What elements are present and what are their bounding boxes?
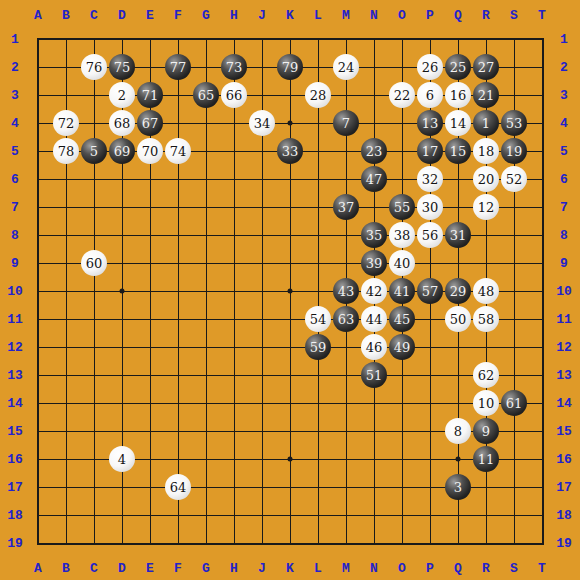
stone-move-number: 1 [482, 117, 490, 130]
coord-label-top-H: H [230, 8, 238, 23]
coord-label-left-19: 19 [7, 536, 23, 551]
stone-black-K2[interactable]: 79 [277, 54, 303, 80]
stone-move-number: 29 [450, 285, 467, 298]
stone-black-E4[interactable]: 67 [137, 110, 163, 136]
coord-label-right-15: 15 [556, 424, 572, 439]
coord-label-top-L: L [314, 8, 322, 23]
stone-white-E5[interactable]: 70 [137, 138, 163, 164]
stone-move-number: 15 [450, 145, 467, 158]
coord-label-bottom-F: F [174, 561, 182, 576]
stone-move-number: 75 [114, 61, 131, 74]
stone-white-R13[interactable]: 62 [473, 362, 499, 388]
stone-move-number: 68 [114, 117, 131, 130]
coord-label-bottom-L: L [314, 561, 322, 576]
stone-white-P2[interactable]: 26 [417, 54, 443, 80]
coord-label-bottom-B: B [62, 561, 70, 576]
stone-move-number: 56 [422, 229, 439, 242]
stone-white-O8[interactable]: 38 [389, 222, 415, 248]
star-point-K10 [288, 289, 293, 294]
coord-label-top-P: P [426, 8, 434, 23]
coord-label-top-Q: Q [454, 8, 462, 23]
stone-move-number: 17 [422, 145, 439, 158]
coord-label-top-R: R [482, 8, 490, 23]
coord-label-right-17: 17 [556, 480, 572, 495]
stone-black-R15[interactable]: 9 [473, 418, 499, 444]
coord-label-right-5: 5 [560, 144, 568, 159]
stone-white-R5[interactable]: 18 [473, 138, 499, 164]
stone-white-R6[interactable]: 20 [473, 166, 499, 192]
stone-white-F17[interactable]: 64 [165, 474, 191, 500]
coord-label-right-8: 8 [560, 228, 568, 243]
stone-move-number: 52 [506, 173, 523, 186]
coord-label-top-D: D [118, 8, 126, 23]
coord-label-bottom-G: G [202, 561, 210, 576]
stone-black-D2[interactable]: 75 [109, 54, 135, 80]
stone-move-number: 54 [310, 313, 327, 326]
stone-black-N9[interactable]: 39 [361, 250, 387, 276]
stone-move-number: 79 [282, 61, 299, 74]
stone-white-P8[interactable]: 56 [417, 222, 443, 248]
coord-label-left-18: 18 [7, 508, 23, 523]
coord-label-left-8: 8 [11, 228, 19, 243]
stone-white-O9[interactable]: 40 [389, 250, 415, 276]
coord-label-bottom-T: T [538, 561, 546, 576]
stone-black-Q5[interactable]: 15 [445, 138, 471, 164]
coord-label-left-12: 12 [7, 340, 23, 355]
stone-move-number: 43 [338, 285, 355, 298]
stone-move-number: 25 [450, 61, 467, 74]
stone-move-number: 19 [506, 145, 523, 158]
stone-move-number: 50 [450, 313, 467, 326]
stone-black-H2[interactable]: 73 [221, 54, 247, 80]
stone-white-F5[interactable]: 74 [165, 138, 191, 164]
coord-label-right-6: 6 [560, 172, 568, 187]
stone-move-number: 77 [170, 61, 187, 74]
stone-move-number: 61 [506, 397, 523, 410]
stone-black-R3[interactable]: 21 [473, 82, 499, 108]
coord-label-bottom-J: J [258, 561, 266, 576]
coord-label-bottom-S: S [510, 561, 518, 576]
stone-move-number: 9 [482, 425, 490, 438]
stone-move-number: 67 [142, 117, 159, 130]
coord-label-right-3: 3 [560, 88, 568, 103]
coord-label-top-J: J [258, 8, 266, 23]
coord-label-right-4: 4 [560, 116, 568, 131]
stone-black-R2[interactable]: 27 [473, 54, 499, 80]
coord-label-bottom-E: E [146, 561, 154, 576]
coord-label-bottom-N: N [370, 561, 378, 576]
stone-move-number: 45 [394, 313, 411, 326]
stone-white-R11[interactable]: 58 [473, 306, 499, 332]
coord-label-top-T: T [538, 8, 546, 23]
coord-label-top-A: A [34, 8, 42, 23]
stone-black-M4[interactable]: 7 [333, 110, 359, 136]
stone-move-number: 22 [394, 89, 411, 102]
stone-move-number: 31 [450, 229, 467, 242]
stone-move-number: 33 [282, 145, 299, 158]
stone-white-R14[interactable]: 10 [473, 390, 499, 416]
grid-line-horizontal [38, 347, 543, 348]
coord-label-right-14: 14 [556, 396, 572, 411]
coord-label-left-1: 1 [11, 32, 19, 47]
stone-move-number: 34 [254, 117, 271, 130]
stone-move-number: 59 [310, 341, 327, 354]
stone-move-number: 46 [366, 341, 383, 354]
stone-move-number: 8 [454, 425, 462, 438]
stone-black-C5[interactable]: 5 [81, 138, 107, 164]
star-point-K16 [288, 457, 293, 462]
stone-white-B4[interactable]: 72 [53, 110, 79, 136]
stone-move-number: 65 [198, 89, 215, 102]
coord-label-left-7: 7 [11, 200, 19, 215]
stone-white-D16[interactable]: 4 [109, 446, 135, 472]
stone-black-F2[interactable]: 77 [165, 54, 191, 80]
stone-black-Q8[interactable]: 31 [445, 222, 471, 248]
stone-white-R10[interactable]: 48 [473, 278, 499, 304]
coord-label-right-13: 13 [556, 368, 572, 383]
stone-white-P7[interactable]: 30 [417, 194, 443, 220]
stone-white-Q15[interactable]: 8 [445, 418, 471, 444]
stone-move-number: 57 [422, 285, 439, 298]
coord-label-top-O: O [398, 8, 406, 23]
coord-label-bottom-K: K [286, 561, 294, 576]
stone-white-L3[interactable]: 28 [305, 82, 331, 108]
coord-label-bottom-Q: Q [454, 561, 462, 576]
stone-move-number: 41 [394, 285, 411, 298]
stone-black-M11[interactable]: 63 [333, 306, 359, 332]
stone-move-number: 55 [394, 201, 411, 214]
coord-label-bottom-R: R [482, 561, 490, 576]
stone-white-Q3[interactable]: 16 [445, 82, 471, 108]
stone-black-M10[interactable]: 43 [333, 278, 359, 304]
coord-label-top-M: M [342, 8, 350, 23]
stone-black-Q10[interactable]: 29 [445, 278, 471, 304]
stone-black-P5[interactable]: 17 [417, 138, 443, 164]
coord-label-right-2: 2 [560, 60, 568, 75]
coord-label-right-18: 18 [556, 508, 572, 523]
coord-label-right-9: 9 [560, 256, 568, 271]
stone-move-number: 73 [226, 61, 243, 74]
stone-move-number: 16 [450, 89, 467, 102]
stone-move-number: 71 [142, 89, 159, 102]
stone-move-number: 32 [422, 173, 439, 186]
stone-white-M2[interactable]: 24 [333, 54, 359, 80]
stone-black-O11[interactable]: 45 [389, 306, 415, 332]
coord-label-bottom-P: P [426, 561, 434, 576]
stone-move-number: 70 [142, 145, 159, 158]
stone-white-C2[interactable]: 76 [81, 54, 107, 80]
stone-move-number: 27 [478, 61, 495, 74]
stone-move-number: 48 [478, 285, 495, 298]
grid-line-vertical [542, 39, 543, 544]
stone-move-number: 53 [506, 117, 523, 130]
coord-label-bottom-H: H [230, 561, 238, 576]
coord-label-right-7: 7 [560, 200, 568, 215]
stone-move-number: 63 [338, 313, 355, 326]
stone-move-number: 18 [478, 145, 495, 158]
stone-move-number: 49 [394, 341, 411, 354]
stone-move-number: 4 [118, 453, 126, 466]
stone-move-number: 7 [342, 117, 350, 130]
stone-move-number: 12 [478, 201, 495, 214]
coord-label-left-5: 5 [11, 144, 19, 159]
coord-label-top-F: F [174, 8, 182, 23]
stone-move-number: 6 [426, 89, 434, 102]
coord-label-left-17: 17 [7, 480, 23, 495]
coord-label-top-N: N [370, 8, 378, 23]
coord-label-right-1: 1 [560, 32, 568, 47]
stone-black-O10[interactable]: 41 [389, 278, 415, 304]
stone-move-number: 72 [58, 117, 75, 130]
stone-move-number: 40 [394, 257, 411, 270]
stone-black-L12[interactable]: 59 [305, 334, 331, 360]
coord-label-bottom-M: M [342, 561, 350, 576]
star-point-Q16 [456, 457, 461, 462]
stone-move-number: 35 [366, 229, 383, 242]
stone-move-number: 30 [422, 201, 439, 214]
stone-black-N13[interactable]: 51 [361, 362, 387, 388]
stone-move-number: 11 [478, 453, 495, 466]
stone-black-P4[interactable]: 13 [417, 110, 443, 136]
stone-move-number: 51 [366, 369, 383, 382]
stone-move-number: 21 [478, 89, 495, 102]
stone-move-number: 74 [170, 145, 187, 158]
stone-move-number: 5 [90, 145, 98, 158]
stone-move-number: 76 [86, 61, 103, 74]
coord-label-left-6: 6 [11, 172, 19, 187]
stone-move-number: 26 [422, 61, 439, 74]
coord-label-top-E: E [146, 8, 154, 23]
stone-move-number: 23 [366, 145, 383, 158]
stone-move-number: 37 [338, 201, 355, 214]
coord-label-left-3: 3 [11, 88, 19, 103]
stone-move-number: 66 [226, 89, 243, 102]
stone-white-J4[interactable]: 34 [249, 110, 275, 136]
stone-move-number: 47 [366, 173, 383, 186]
stone-white-P3[interactable]: 6 [417, 82, 443, 108]
coord-label-bottom-O: O [398, 561, 406, 576]
coord-label-right-10: 10 [556, 284, 572, 299]
grid-line-horizontal [38, 403, 543, 404]
stone-black-D5[interactable]: 69 [109, 138, 135, 164]
stone-move-number: 28 [310, 89, 327, 102]
coord-label-bottom-D: D [118, 561, 126, 576]
stone-black-S14[interactable]: 61 [501, 390, 527, 416]
coord-label-top-S: S [510, 8, 518, 23]
stone-white-P6[interactable]: 32 [417, 166, 443, 192]
stone-black-N6[interactable]: 47 [361, 166, 387, 192]
stone-move-number: 58 [478, 313, 495, 326]
stone-black-N8[interactable]: 35 [361, 222, 387, 248]
stone-black-S4[interactable]: 53 [501, 110, 527, 136]
stone-black-Q2[interactable]: 25 [445, 54, 471, 80]
stone-move-number: 42 [366, 285, 383, 298]
stone-move-number: 60 [86, 257, 103, 270]
star-point-K4 [288, 121, 293, 126]
stone-move-number: 10 [478, 397, 495, 410]
coord-label-left-11: 11 [7, 312, 23, 327]
coord-label-left-2: 2 [11, 60, 19, 75]
stone-black-O7[interactable]: 55 [389, 194, 415, 220]
stone-white-D4[interactable]: 68 [109, 110, 135, 136]
star-point-D10 [120, 289, 125, 294]
stone-move-number: 24 [338, 61, 355, 74]
stone-white-C9[interactable]: 60 [81, 250, 107, 276]
stone-black-M7[interactable]: 37 [333, 194, 359, 220]
stone-black-K5[interactable]: 33 [277, 138, 303, 164]
coord-label-top-B: B [62, 8, 70, 23]
stone-black-O12[interactable]: 49 [389, 334, 415, 360]
stone-black-R4[interactable]: 1 [473, 110, 499, 136]
grid-line-vertical [318, 39, 319, 544]
stone-black-P10[interactable]: 57 [417, 278, 443, 304]
coord-label-left-9: 9 [11, 256, 19, 271]
stone-white-B5[interactable]: 78 [53, 138, 79, 164]
stone-move-number: 69 [114, 145, 131, 158]
stone-white-N10[interactable]: 42 [361, 278, 387, 304]
stone-move-number: 2 [118, 89, 126, 102]
coord-label-top-C: C [90, 8, 98, 23]
coord-label-left-16: 16 [7, 452, 23, 467]
stone-move-number: 3 [454, 481, 462, 494]
coord-label-right-11: 11 [556, 312, 572, 327]
stone-white-D3[interactable]: 2 [109, 82, 135, 108]
stone-white-N12[interactable]: 46 [361, 334, 387, 360]
stone-black-R16[interactable]: 11 [473, 446, 499, 472]
coord-label-left-13: 13 [7, 368, 23, 383]
stone-move-number: 38 [394, 229, 411, 242]
stone-white-H3[interactable]: 66 [221, 82, 247, 108]
coord-label-left-4: 4 [11, 116, 19, 131]
stone-move-number: 39 [366, 257, 383, 270]
stone-white-Q11[interactable]: 50 [445, 306, 471, 332]
coord-label-right-12: 12 [556, 340, 572, 355]
stone-black-E3[interactable]: 71 [137, 82, 163, 108]
coord-label-left-15: 15 [7, 424, 23, 439]
stone-black-Q17[interactable]: 3 [445, 474, 471, 500]
coord-label-bottom-A: A [34, 561, 42, 576]
stone-white-S6[interactable]: 52 [501, 166, 527, 192]
coord-label-right-19: 19 [556, 536, 572, 551]
stone-black-S5[interactable]: 19 [501, 138, 527, 164]
coord-label-top-K: K [286, 8, 294, 23]
stone-white-N11[interactable]: 44 [361, 306, 387, 332]
coord-label-left-14: 14 [7, 396, 23, 411]
stone-white-Q4[interactable]: 14 [445, 110, 471, 136]
coord-label-bottom-C: C [90, 561, 98, 576]
coord-label-right-16: 16 [556, 452, 572, 467]
grid-line-horizontal [38, 375, 543, 376]
grid-line-horizontal [38, 543, 543, 544]
stone-move-number: 14 [450, 117, 467, 130]
stone-black-N5[interactable]: 23 [361, 138, 387, 164]
stone-move-number: 44 [366, 313, 383, 326]
stone-move-number: 20 [478, 173, 495, 186]
stone-move-number: 62 [478, 369, 495, 382]
stone-move-number: 64 [170, 481, 187, 494]
stone-move-number: 13 [422, 117, 439, 130]
coord-label-top-G: G [202, 8, 210, 23]
stone-white-L11[interactable]: 54 [305, 306, 331, 332]
stone-move-number: 78 [58, 145, 75, 158]
grid-line-horizontal [38, 515, 543, 516]
stone-white-O3[interactable]: 22 [389, 82, 415, 108]
stone-white-R7[interactable]: 12 [473, 194, 499, 220]
coord-label-left-10: 10 [7, 284, 23, 299]
stone-black-G3[interactable]: 65 [193, 82, 219, 108]
